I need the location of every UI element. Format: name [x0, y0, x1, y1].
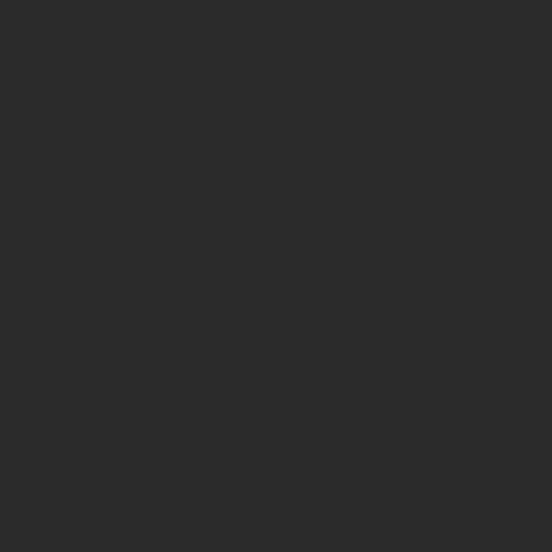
chess-board	[0, 0, 552, 552]
